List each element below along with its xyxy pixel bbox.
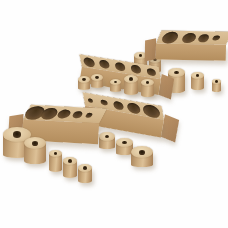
cylinder-top xyxy=(110,79,121,85)
block-socket-hole xyxy=(197,34,210,42)
cylinder-top xyxy=(78,164,92,172)
cylinder-bore-hole xyxy=(122,141,127,145)
cylinder-06 xyxy=(78,76,90,90)
cylinder-top xyxy=(141,79,154,86)
cylinder-10 xyxy=(141,79,154,97)
cylinder-top xyxy=(78,76,90,83)
cylinder-bore-hole xyxy=(139,150,146,155)
cylinder-14 xyxy=(63,157,77,178)
cylinder-top xyxy=(91,74,103,81)
cylinder-top xyxy=(99,132,115,141)
block-socket-hole xyxy=(126,101,141,114)
cylinder-bore-hole xyxy=(68,159,72,162)
cylinder-07 xyxy=(91,74,103,88)
cylinder-bore-hole xyxy=(215,80,218,83)
block-socket-hole xyxy=(180,32,197,42)
cylinder-16 xyxy=(99,132,115,149)
cylinder-bore-hole xyxy=(105,135,110,139)
block-socket-hole xyxy=(87,98,93,103)
cylinder-bore-hole xyxy=(83,166,87,169)
block-socket-hole xyxy=(84,113,93,118)
cylinder-13 xyxy=(49,150,62,172)
block-socket-hole xyxy=(101,99,109,105)
block-top-right xyxy=(145,30,226,60)
block-end-face xyxy=(145,38,156,61)
cylinder-top xyxy=(191,72,204,79)
cylinder-bore-hole xyxy=(13,131,21,137)
block-socket-hole xyxy=(146,67,156,76)
cylinder-bore-hole xyxy=(196,74,200,77)
block-socket-hole xyxy=(56,109,73,118)
block-front-face xyxy=(156,43,226,60)
block-socket-hole xyxy=(71,111,84,118)
cylinder-12 xyxy=(24,137,46,164)
cylinder-top xyxy=(63,157,77,165)
cylinder-09 xyxy=(124,75,138,95)
cylinder-bore-hole xyxy=(114,81,117,84)
cylinder-top xyxy=(131,146,153,158)
cylinder-18 xyxy=(131,146,153,167)
cylinder-15 xyxy=(78,164,92,183)
block-socket-hole xyxy=(99,59,111,69)
cylinder-top xyxy=(212,79,221,84)
cylinder-bore-hole xyxy=(82,78,86,81)
block-socket-hole xyxy=(161,31,181,43)
product-photo: Overhead product photo of a wooden Monte… xyxy=(0,0,228,228)
cylinder-top xyxy=(24,137,46,149)
cylinder-08 xyxy=(110,79,121,92)
block-socket-hole xyxy=(82,56,95,67)
cylinder-bore-hole xyxy=(129,77,133,80)
cylinder-bore-hole xyxy=(139,54,143,57)
cylinder-top xyxy=(124,75,138,83)
block-socket-hole xyxy=(114,62,126,72)
cylinder-04 xyxy=(191,72,204,90)
block-top-face xyxy=(156,31,228,45)
block-socket-hole xyxy=(212,35,221,40)
cylinder-bore-hole xyxy=(54,152,58,155)
cylinder-top xyxy=(49,150,62,157)
cylinder-bore-hole xyxy=(32,141,39,146)
cylinder-bore-hole xyxy=(146,81,150,84)
block-socket-hole xyxy=(113,100,124,110)
block-socket-hole xyxy=(130,64,142,74)
cylinder-bore-hole xyxy=(95,76,99,79)
cylinder-05 xyxy=(212,79,221,92)
